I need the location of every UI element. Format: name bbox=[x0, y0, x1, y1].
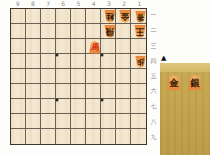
shogi-piece-gote-3b[interactable]: 飛 bbox=[104, 25, 116, 38]
hand-piece-silver[interactable]: 銀 bbox=[188, 75, 202, 90]
shogi-piece-sente-4c[interactable]: 馬 bbox=[89, 41, 101, 54]
shogi-piece-gote-2a[interactable]: 金 bbox=[119, 10, 131, 23]
file-label: 2 bbox=[117, 0, 132, 8]
pieces-layer: 桂金香飛王馬歩 bbox=[11, 9, 146, 144]
hoshi-star-point bbox=[101, 99, 104, 102]
rank-label: 八 bbox=[149, 115, 158, 130]
rank-label: 九 bbox=[149, 130, 158, 145]
file-label: 1 bbox=[132, 0, 147, 8]
file-label: 7 bbox=[40, 0, 55, 8]
rank-label: 二 bbox=[149, 23, 158, 38]
rank-label: 七 bbox=[149, 99, 158, 114]
hoshi-star-point bbox=[55, 99, 58, 102]
hoshi-star-point bbox=[55, 53, 58, 56]
shogi-piece-gote-3a[interactable]: 桂 bbox=[104, 10, 116, 23]
shogi-piece-gote-1b[interactable]: 王 bbox=[134, 25, 146, 38]
file-label: 8 bbox=[25, 0, 40, 8]
file-label: 9 bbox=[10, 0, 25, 8]
sente-marker-icon: ▲ bbox=[161, 54, 166, 62]
rank-label: 三 bbox=[149, 38, 158, 53]
komadai-header bbox=[160, 63, 210, 72]
shogi-piece-gote-1a[interactable]: 香 bbox=[135, 11, 146, 23]
rank-label: 四 bbox=[149, 54, 158, 69]
file-label: 3 bbox=[101, 0, 116, 8]
rank-coordinates: 一二三四五六七八九 bbox=[149, 8, 158, 145]
hand-piece-gold[interactable]: 金 bbox=[167, 75, 181, 90]
rank-label: 一 bbox=[149, 8, 158, 23]
hoshi-star-point bbox=[101, 53, 104, 56]
file-label: 6 bbox=[56, 0, 71, 8]
file-coordinates: 987654321 bbox=[10, 0, 147, 8]
komadai-hand-stand[interactable]: 金 銀 bbox=[160, 63, 210, 155]
shogi-board[interactable]: 桂金香飛王馬歩 bbox=[10, 8, 147, 145]
rank-label: 五 bbox=[149, 69, 158, 84]
file-label: 4 bbox=[86, 0, 101, 8]
shogi-piece-gote-1d[interactable]: 歩 bbox=[135, 56, 146, 68]
file-label: 5 bbox=[71, 0, 86, 8]
rank-label: 六 bbox=[149, 84, 158, 99]
